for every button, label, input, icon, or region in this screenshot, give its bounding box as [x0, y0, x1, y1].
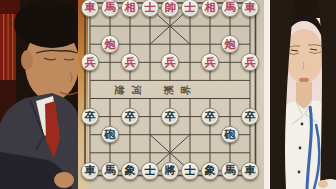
piece-red-cannon[interactable]: 炮: [221, 35, 239, 53]
piece-black-soldier[interactable]: 卒: [81, 108, 99, 126]
man-ear: [21, 50, 33, 70]
piece-black-elephant[interactable]: 象: [121, 162, 139, 180]
piece-red-soldier[interactable]: 兵: [201, 53, 219, 71]
piece-black-chariot[interactable]: 車: [241, 162, 259, 180]
piece-red-soldier[interactable]: 兵: [121, 53, 139, 71]
piece-red-soldier[interactable]: 兵: [161, 53, 179, 71]
piece-black-advisor[interactable]: 士: [141, 162, 159, 180]
right-player-photo: [264, 0, 336, 189]
piece-black-chariot[interactable]: 車: [81, 162, 99, 180]
left-player-photo: [0, 0, 78, 189]
piece-black-horse[interactable]: 馬: [101, 162, 119, 180]
piece-red-advisor[interactable]: 士: [141, 0, 159, 17]
right-player-illustration: [264, 0, 336, 189]
piece-red-soldier[interactable]: 兵: [241, 53, 259, 71]
xiangqi-board-photo: 楚河 漢界 車馬相士帥士相馬車炮炮兵兵兵兵兵卒卒卒卒卒砲砲車馬象士將士象馬車: [78, 0, 264, 189]
man-hand: [54, 172, 74, 188]
piece-red-general[interactable]: 帥: [161, 0, 179, 17]
piece-black-horse[interactable]: 馬: [221, 162, 239, 180]
piece-red-soldier[interactable]: 兵: [81, 53, 99, 71]
piece-red-elephant[interactable]: 相: [201, 0, 219, 17]
piece-black-soldier[interactable]: 卒: [241, 108, 259, 126]
piece-black-general[interactable]: 將: [161, 162, 179, 180]
xiangqi-board: 車馬相士帥士相馬車炮炮兵兵兵兵兵卒卒卒卒卒砲砲車馬象士將士象馬車: [80, 0, 260, 180]
piece-black-advisor[interactable]: 士: [181, 162, 199, 180]
piece-black-cannon[interactable]: 砲: [101, 126, 119, 144]
piece-black-soldier[interactable]: 卒: [201, 108, 219, 126]
girl-lips: [299, 78, 309, 82]
piece-red-chariot[interactable]: 車: [81, 0, 99, 17]
piece-red-cannon[interactable]: 炮: [101, 35, 119, 53]
piece-black-elephant[interactable]: 象: [201, 162, 219, 180]
piece-red-horse[interactable]: 馬: [101, 0, 119, 17]
background-strip: [264, 0, 270, 189]
piece-red-advisor[interactable]: 士: [181, 0, 199, 17]
girl-hand: [318, 180, 328, 188]
piece-black-soldier[interactable]: 卒: [121, 108, 139, 126]
piece-black-cannon[interactable]: 砲: [221, 126, 239, 144]
piece-red-elephant[interactable]: 相: [121, 0, 139, 17]
video-frame: 楚河 漢界 車馬相士帥士相馬車炮炮兵兵兵兵兵卒卒卒卒卒砲砲車馬象士將士象馬車: [0, 0, 336, 189]
piece-black-soldier[interactable]: 卒: [161, 108, 179, 126]
piece-red-horse[interactable]: 馬: [221, 0, 239, 17]
left-player-illustration: [0, 0, 78, 189]
piece-red-chariot[interactable]: 車: [241, 0, 259, 17]
